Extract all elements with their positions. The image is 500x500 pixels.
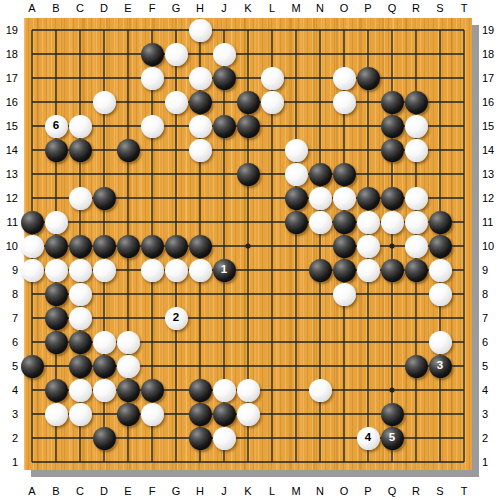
white-stone [93,331,116,354]
coord-label: P [356,1,380,15]
black-stone: 5 [381,427,404,450]
coord-label: R [404,1,428,15]
coord-label: 14 [0,138,18,162]
coord-label: 1 [0,450,18,474]
coord-label: J [212,1,236,15]
black-stone [93,427,116,450]
coord-label: H [188,1,212,15]
white-stone [429,283,452,306]
column-labels-top: ABCDEFGHJKLMNOPQRST [20,1,476,15]
white-stone [69,115,92,138]
white-stone [189,19,212,42]
black-stone [429,235,452,258]
move-number: 6 [53,120,59,132]
coord-label: A [20,484,44,498]
black-stone [357,67,380,90]
coord-label: S [428,1,452,15]
goban: 612345 [24,18,472,470]
black-stone [309,259,332,282]
black-stone [69,355,92,378]
white-stone [285,139,308,162]
white-stone [69,283,92,306]
coord-label: 15 [482,114,500,138]
coord-label: 16 [0,90,18,114]
white-stone [21,235,44,258]
white-stone [117,331,140,354]
coord-label: A [20,1,44,15]
coord-label: R [404,484,428,498]
white-stone [165,43,188,66]
black-stone [69,331,92,354]
white-stone [117,355,140,378]
coord-label: P [356,484,380,498]
coord-label: 4 [482,378,500,402]
black-stone [93,235,116,258]
row-labels-left: 19181716151413121110987654321 [0,18,18,474]
black-stone [21,355,44,378]
white-stone [93,259,116,282]
coord-label: Q [380,1,404,15]
coord-label: E [116,484,140,498]
coord-label: 8 [0,282,18,306]
coord-label: D [92,484,116,498]
white-stone [429,259,452,282]
coord-label: T [452,484,476,498]
black-stone [117,235,140,258]
coord-label: O [332,1,356,15]
white-stone [141,115,164,138]
coord-label: 11 [482,210,500,234]
coord-label: C [68,1,92,15]
coord-label: 13 [0,162,18,186]
black-stone [93,355,116,378]
white-stone [381,211,404,234]
black-stone [309,163,332,186]
white-stone [165,259,188,282]
coord-label: 7 [0,306,18,330]
white-stone [69,187,92,210]
white-stone [213,379,236,402]
black-stone [357,187,380,210]
black-stone [237,115,260,138]
black-stone [141,43,164,66]
coord-label: 13 [482,162,500,186]
white-stone [405,187,428,210]
coord-label: 16 [482,90,500,114]
coord-label: O [332,484,356,498]
coord-label: 9 [0,258,18,282]
black-stone [381,115,404,138]
white-stone: 6 [45,115,68,138]
coord-label: M [284,1,308,15]
move-number: 1 [221,264,227,276]
black-stone [45,139,68,162]
black-stone: 3 [429,355,452,378]
black-stone [405,259,428,282]
coord-label: 17 [0,66,18,90]
white-stone [21,259,44,282]
coord-label: F [140,1,164,15]
coord-label: B [44,1,68,15]
white-stone [357,259,380,282]
black-stone [381,259,404,282]
black-stone [69,139,92,162]
move-number: 3 [437,360,443,372]
white-stone [165,91,188,114]
white-stone [357,235,380,258]
black-stone [405,91,428,114]
coord-label: K [236,1,260,15]
coord-label: L [260,1,284,15]
white-stone [213,43,236,66]
black-stone [165,235,188,258]
coord-label: H [188,484,212,498]
white-stone [405,115,428,138]
white-stone [189,139,212,162]
black-stone [69,235,92,258]
coord-label: 11 [0,210,18,234]
black-stone [333,211,356,234]
black-stone [285,211,308,234]
coord-label: 2 [482,426,500,450]
coord-label: 12 [0,186,18,210]
white-stone [141,67,164,90]
black-stone [237,91,260,114]
go-diagram-page: ABCDEFGHJKLMNOPQRST ABCDEFGHJKLMNOPQRST … [0,0,500,500]
white-stone [69,403,92,426]
white-stone [213,427,236,450]
black-stone [93,187,116,210]
white-stone [141,259,164,282]
coord-label: 6 [482,330,500,354]
black-stone [333,259,356,282]
coord-label: 15 [0,114,18,138]
coord-label: 8 [482,282,500,306]
white-stone [309,211,332,234]
column-labels-bottom: ABCDEFGHJKLMNOPQRST [20,484,476,498]
coord-label: C [68,484,92,498]
black-stone [189,91,212,114]
white-stone [189,259,212,282]
white-stone [45,403,68,426]
white-stone: 2 [165,307,188,330]
white-stone [357,211,380,234]
coord-label: 19 [482,18,500,42]
coord-label: G [164,1,188,15]
coord-label: N [308,484,332,498]
white-stone [261,91,284,114]
white-stone [285,163,308,186]
black-stone [333,235,356,258]
black-stone [189,379,212,402]
coord-label: 3 [0,402,18,426]
coord-label: B [44,484,68,498]
coord-label: 18 [482,42,500,66]
black-stone: 1 [213,259,236,282]
black-stone [381,139,404,162]
black-stone [429,211,452,234]
coord-label: E [116,1,140,15]
coord-label: L [260,484,284,498]
black-stone [189,427,212,450]
coord-label: 12 [482,186,500,210]
black-stone [237,163,260,186]
black-stone [213,115,236,138]
black-stone [141,235,164,258]
white-stone [237,379,260,402]
white-stone [69,259,92,282]
black-stone [189,235,212,258]
white-stone [333,67,356,90]
coord-label: D [92,1,116,15]
coord-label: G [164,484,188,498]
black-stone [45,283,68,306]
row-labels-right: 19181716151413121110987654321 [482,18,500,474]
white-stone [45,259,68,282]
white-stone [45,211,68,234]
coord-label: S [428,484,452,498]
black-stone [285,187,308,210]
coord-label: 9 [482,258,500,282]
black-stone [381,91,404,114]
white-stone [405,139,428,162]
black-stone [213,67,236,90]
white-stone [189,67,212,90]
black-stone [117,379,140,402]
black-stone [21,211,44,234]
white-stone: 4 [357,427,380,450]
coord-label: 3 [482,402,500,426]
coord-label: F [140,484,164,498]
black-stone [213,403,236,426]
black-stone [141,379,164,402]
white-stone [141,403,164,426]
black-stone [381,403,404,426]
white-stone [333,283,356,306]
white-stone [309,379,332,402]
move-number: 5 [389,432,395,444]
coord-label: J [212,484,236,498]
black-stone [45,331,68,354]
coord-label: T [452,1,476,15]
black-stone [405,355,428,378]
white-stone [237,403,260,426]
coord-label: N [308,1,332,15]
white-stone [69,307,92,330]
coord-label: 2 [0,426,18,450]
coord-label: 10 [0,234,18,258]
black-stone [189,403,212,426]
white-stone [93,91,116,114]
white-stone [189,115,212,138]
coord-label: Q [380,484,404,498]
white-stone [261,67,284,90]
move-number: 4 [365,432,371,444]
move-number: 2 [173,312,179,324]
coord-label: 19 [0,18,18,42]
coord-label: 6 [0,330,18,354]
black-stone [117,403,140,426]
coord-label: 5 [0,354,18,378]
black-stone [45,235,68,258]
coord-label: 10 [482,234,500,258]
black-stone [333,163,356,186]
white-stone [429,331,452,354]
coord-label: 17 [482,66,500,90]
white-stone [93,379,116,402]
coord-label: 5 [482,354,500,378]
white-stone [333,187,356,210]
black-stone [381,187,404,210]
white-stone [405,211,428,234]
white-stone [69,379,92,402]
white-stone [309,187,332,210]
black-stone [45,379,68,402]
coord-label: M [284,484,308,498]
coord-label: K [236,484,260,498]
white-stone [405,235,428,258]
coord-label: 1 [482,450,500,474]
coord-label: 7 [482,306,500,330]
black-stone [117,139,140,162]
coord-label: 18 [0,42,18,66]
black-stone [45,307,68,330]
white-stone [333,91,356,114]
board-grid[interactable]: 612345 [20,18,476,474]
coord-label: 14 [482,138,500,162]
coord-label: 4 [0,378,18,402]
